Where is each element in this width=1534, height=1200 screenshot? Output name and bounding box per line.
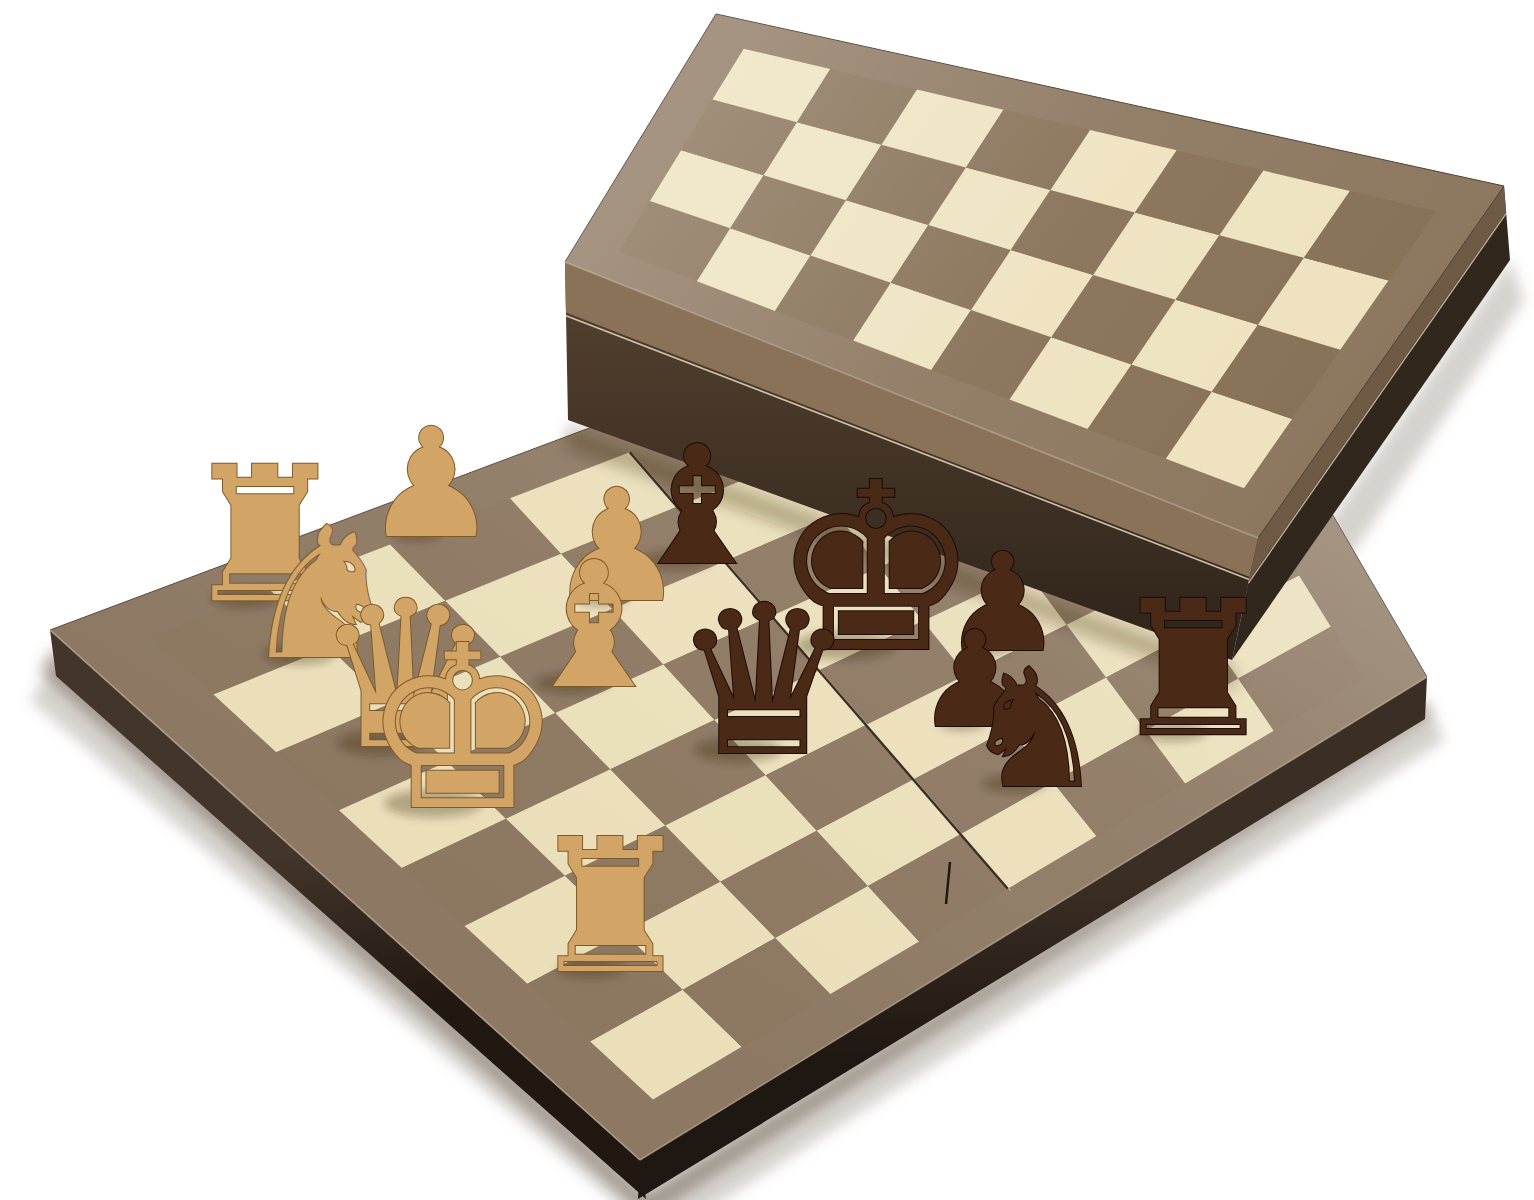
black-queen-d3-piece: ♛ — [671, 561, 857, 802]
chess-set-product-photo: ♜♟♞♝♟♛♝♚♚♛♟♟♜♞♜ — [0, 0, 1534, 1200]
black-rook-h1-piece: ♜ — [1109, 560, 1277, 778]
white-rook-b2-piece: ♜ — [528, 799, 694, 1015]
scene-canvas: ♜♟♞♝♟♛♝♚♚♛♟♟♜♞♜ — [0, 0, 1534, 1200]
black-knight-f2-piece: ♞ — [960, 634, 1107, 825]
